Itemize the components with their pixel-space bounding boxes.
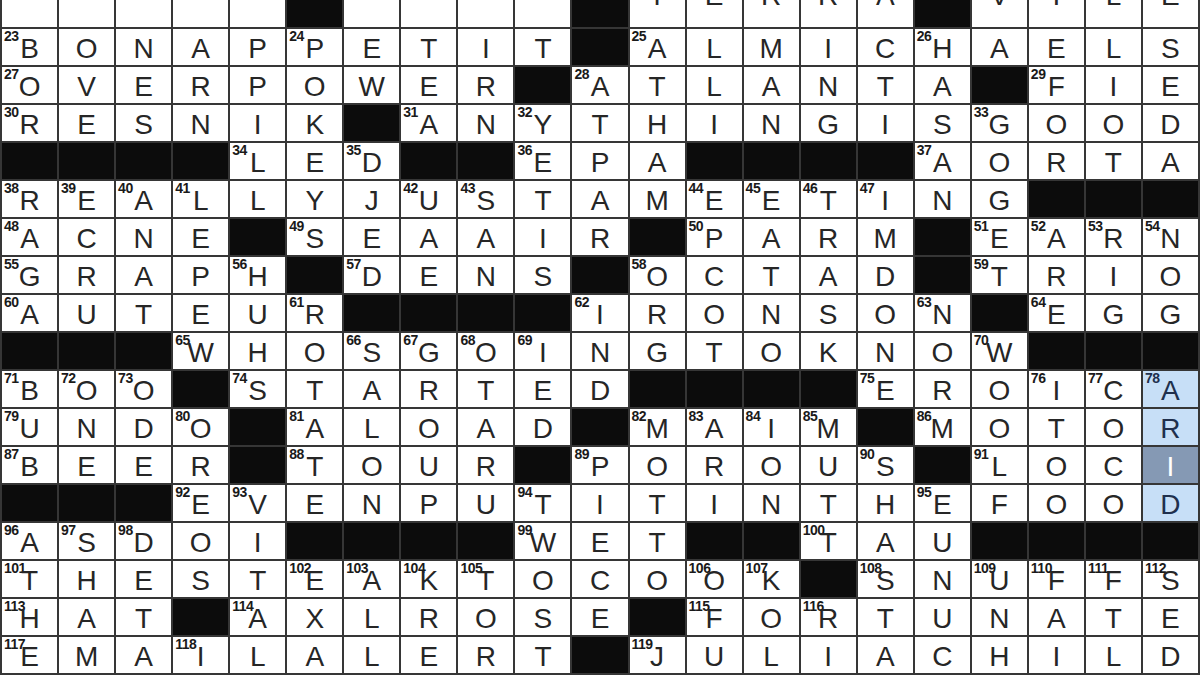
cell-r16-c16[interactable]: U	[915, 599, 970, 635]
cell-r16-c17[interactable]: N	[972, 599, 1027, 635]
cell-r4-c4[interactable]: 34L	[230, 143, 285, 179]
cell-r15-c3[interactable]: S	[173, 561, 228, 597]
cell-r0-c11[interactable]: T	[630, 0, 685, 27]
cell-r1-c13[interactable]: M	[744, 29, 799, 65]
cell-r8-c16[interactable]: 63N	[915, 295, 970, 331]
cell-r12-c2[interactable]: E	[116, 447, 171, 483]
cell-r0-c2[interactable]	[116, 0, 171, 27]
cell-r6-c6[interactable]: E	[344, 219, 399, 255]
cell-r11-c16[interactable]: 86M	[915, 409, 970, 445]
cell-r5-c10[interactable]: A	[572, 181, 627, 217]
cell-r14-c11[interactable]: T	[630, 523, 685, 559]
cell-r2-c1[interactable]: V	[59, 67, 114, 103]
cell-r7-c11[interactable]: 58O	[630, 257, 685, 293]
cell-r3-c16[interactable]: S	[915, 105, 970, 141]
cell-r1-c5[interactable]: 24P	[287, 29, 342, 65]
cell-r17-c15[interactable]: A	[858, 637, 913, 673]
cell-r17-c9[interactable]: T	[515, 637, 570, 673]
cell-r2-c15[interactable]: T	[858, 67, 913, 103]
cell-r4-c10[interactable]: P	[572, 143, 627, 179]
cell-r9-c14[interactable]: K	[801, 333, 856, 369]
cell-r10-c5[interactable]: T	[287, 371, 342, 407]
cell-r15-c6[interactable]: 103A	[344, 561, 399, 597]
cell-r8-c14[interactable]: S	[801, 295, 856, 331]
cell-r17-c16[interactable]: C	[915, 637, 970, 673]
cell-r14-c16[interactable]: U	[915, 523, 970, 559]
cell-r11-c12[interactable]: 83A	[687, 409, 742, 445]
cell-r4-c11[interactable]: A	[630, 143, 685, 179]
cell-r12-c18[interactable]: O	[1029, 447, 1084, 483]
cell-r15-c2[interactable]: E	[116, 561, 171, 597]
cell-r3-c5[interactable]: K	[287, 105, 342, 141]
cell-r7-c3[interactable]: P	[173, 257, 228, 293]
cell-r6-c7[interactable]: A	[401, 219, 456, 255]
cell-r11-c20[interactable]: R	[1143, 409, 1198, 445]
cell-r13-c4[interactable]: 93V	[230, 485, 285, 521]
cell-r10-c8[interactable]: T	[458, 371, 513, 407]
cell-r13-c9[interactable]: 94T	[515, 485, 570, 521]
cell-r1-c7[interactable]: T	[401, 29, 456, 65]
cell-r7-c9[interactable]: S	[515, 257, 570, 293]
cell-r5-c0[interactable]: 38R	[2, 181, 57, 217]
cell-r3-c8[interactable]: N	[458, 105, 513, 141]
cell-r4-c9[interactable]: 36E	[515, 143, 570, 179]
cell-r17-c13[interactable]: L	[744, 637, 799, 673]
cell-r9-c16[interactable]: O	[915, 333, 970, 369]
cell-r11-c5[interactable]: 81A	[287, 409, 342, 445]
cell-r9-c12[interactable]: T	[687, 333, 742, 369]
cell-r13-c17[interactable]: F	[972, 485, 1027, 521]
cell-r5-c6[interactable]: J	[344, 181, 399, 217]
cell-r11-c3[interactable]: 80O	[173, 409, 228, 445]
cell-r1-c1[interactable]: O	[59, 29, 114, 65]
cell-r12-c1[interactable]: E	[59, 447, 114, 483]
cell-r5-c1[interactable]: 39E	[59, 181, 114, 217]
cell-r6-c20[interactable]: 54N	[1143, 219, 1198, 255]
cell-r12-c12[interactable]: R	[687, 447, 742, 483]
cell-r3-c9[interactable]: 32Y	[515, 105, 570, 141]
cell-r11-c7[interactable]: O	[401, 409, 456, 445]
cell-r15-c20[interactable]: 112S	[1143, 561, 1198, 597]
cell-r17-c3[interactable]: 118I	[173, 637, 228, 673]
cell-r3-c2[interactable]: S	[116, 105, 171, 141]
cell-r3-c4[interactable]: I	[230, 105, 285, 141]
cell-r15-c17[interactable]: 109U	[972, 561, 1027, 597]
cell-r5-c8[interactable]: 43S	[458, 181, 513, 217]
cell-r10-c19[interactable]: 77C	[1086, 371, 1141, 407]
cell-r12-c11[interactable]: O	[630, 447, 685, 483]
cell-r2-c19[interactable]: I	[1086, 67, 1141, 103]
cell-r2-c3[interactable]: R	[173, 67, 228, 103]
cell-r1-c9[interactable]: T	[515, 29, 570, 65]
cell-r13-c5[interactable]: E	[287, 485, 342, 521]
cell-r10-c20[interactable]: 78A	[1143, 371, 1198, 407]
cell-r17-c0[interactable]: 117E	[2, 637, 57, 673]
cell-r6-c8[interactable]: A	[458, 219, 513, 255]
cell-r13-c6[interactable]: N	[344, 485, 399, 521]
cell-r3-c13[interactable]: N	[744, 105, 799, 141]
cell-r5-c5[interactable]: Y	[287, 181, 342, 217]
cell-r11-c0[interactable]: 79U	[2, 409, 57, 445]
cell-r1-c12[interactable]: L	[687, 29, 742, 65]
cell-r6-c15[interactable]: M	[858, 219, 913, 255]
cell-r10-c6[interactable]: A	[344, 371, 399, 407]
cell-r17-c1[interactable]: M	[59, 637, 114, 673]
cell-r17-c8[interactable]: R	[458, 637, 513, 673]
cell-r12-c19[interactable]: C	[1086, 447, 1141, 483]
cell-r7-c4[interactable]: 56H	[230, 257, 285, 293]
cell-r6-c9[interactable]: I	[515, 219, 570, 255]
cell-r7-c12[interactable]: C	[687, 257, 742, 293]
cell-r6-c13[interactable]: A	[744, 219, 799, 255]
cell-r5-c17[interactable]: G	[972, 181, 1027, 217]
cell-r16-c4[interactable]: 114A	[230, 599, 285, 635]
cell-r3-c15[interactable]: I	[858, 105, 913, 141]
cell-r11-c11[interactable]: 82M	[630, 409, 685, 445]
cell-r15-c4[interactable]: T	[230, 561, 285, 597]
cell-r12-c15[interactable]: 90S	[858, 447, 913, 483]
cell-r7-c13[interactable]: T	[744, 257, 799, 293]
cell-r12-c3[interactable]: R	[173, 447, 228, 483]
cell-r1-c3[interactable]: A	[173, 29, 228, 65]
cell-r0-c12[interactable]: E	[687, 0, 742, 27]
cell-r6-c10[interactable]: R	[572, 219, 627, 255]
cell-r12-c5[interactable]: 88T	[287, 447, 342, 483]
cell-r13-c13[interactable]: N	[744, 485, 799, 521]
cell-r2-c11[interactable]: T	[630, 67, 685, 103]
cell-r11-c17[interactable]: O	[972, 409, 1027, 445]
cell-r8-c3[interactable]: E	[173, 295, 228, 331]
cell-r2-c13[interactable]: A	[744, 67, 799, 103]
cell-r6-c19[interactable]: 53R	[1086, 219, 1141, 255]
cell-r13-c19[interactable]: O	[1086, 485, 1141, 521]
cell-r16-c12[interactable]: 115F	[687, 599, 742, 635]
cell-r10-c10[interactable]: D	[572, 371, 627, 407]
cell-r6-c0[interactable]: 48A	[2, 219, 57, 255]
cell-r17-c5[interactable]: A	[287, 637, 342, 673]
cell-r17-c7[interactable]: E	[401, 637, 456, 673]
cell-r9-c9[interactable]: 69I	[515, 333, 570, 369]
cell-r1-c0[interactable]: 23B	[2, 29, 57, 65]
cell-r4-c16[interactable]: 37A	[915, 143, 970, 179]
cell-r17-c11[interactable]: 119J	[630, 637, 685, 673]
cell-r2-c12[interactable]: L	[687, 67, 742, 103]
cell-r3-c18[interactable]: O	[1029, 105, 1084, 141]
cell-r5-c12[interactable]: 44E	[687, 181, 742, 217]
cell-r5-c13[interactable]: 45E	[744, 181, 799, 217]
cell-r1-c15[interactable]: C	[858, 29, 913, 65]
cell-r1-c4[interactable]: P	[230, 29, 285, 65]
cell-r17-c20[interactable]: D	[1143, 637, 1198, 673]
cell-r3-c11[interactable]: H	[630, 105, 685, 141]
cell-r9-c7[interactable]: 67G	[401, 333, 456, 369]
cell-r3-c10[interactable]: T	[572, 105, 627, 141]
cell-r14-c9[interactable]: 99W	[515, 523, 570, 559]
cell-r17-c19[interactable]: L	[1086, 637, 1141, 673]
cell-r12-c7[interactable]: U	[401, 447, 456, 483]
cell-r8-c4[interactable]: U	[230, 295, 285, 331]
cell-r16-c19[interactable]: T	[1086, 599, 1141, 635]
cell-r5-c15[interactable]: 47I	[858, 181, 913, 217]
cell-r13-c11[interactable]: T	[630, 485, 685, 521]
cell-r15-c13[interactable]: 107K	[744, 561, 799, 597]
cell-r9-c10[interactable]: N	[572, 333, 627, 369]
cell-r13-c3[interactable]: 92E	[173, 485, 228, 521]
cell-r8-c10[interactable]: 62I	[572, 295, 627, 331]
cell-r5-c7[interactable]: 42U	[401, 181, 456, 217]
cell-r10-c17[interactable]: O	[972, 371, 1027, 407]
cell-r9-c8[interactable]: 68O	[458, 333, 513, 369]
cell-r15-c12[interactable]: 106O	[687, 561, 742, 597]
cell-r9-c6[interactable]: 66S	[344, 333, 399, 369]
cell-r1-c2[interactable]: N	[116, 29, 171, 65]
cell-r4-c17[interactable]: O	[972, 143, 1027, 179]
cell-r4-c6[interactable]: 35D	[344, 143, 399, 179]
cell-r10-c0[interactable]: 71B	[2, 371, 57, 407]
cell-r16-c14[interactable]: 116R	[801, 599, 856, 635]
cell-r15-c1[interactable]: H	[59, 561, 114, 597]
cell-r0-c4[interactable]	[230, 0, 285, 27]
cell-r8-c11[interactable]: R	[630, 295, 685, 331]
cell-r6-c5[interactable]: 49S	[287, 219, 342, 255]
cell-r7-c15[interactable]: D	[858, 257, 913, 293]
cell-r9-c13[interactable]: O	[744, 333, 799, 369]
cell-r3-c0[interactable]: 30R	[2, 105, 57, 141]
cell-r7-c14[interactable]: A	[801, 257, 856, 293]
cell-r5-c16[interactable]: N	[915, 181, 970, 217]
cell-r6-c17[interactable]: 51E	[972, 219, 1027, 255]
cell-r10-c16[interactable]: R	[915, 371, 970, 407]
cell-r7-c1[interactable]: R	[59, 257, 114, 293]
cell-r11-c9[interactable]: D	[515, 409, 570, 445]
cell-r16-c9[interactable]: S	[515, 599, 570, 635]
cell-r2-c4[interactable]: P	[230, 67, 285, 103]
cell-r11-c6[interactable]: L	[344, 409, 399, 445]
cell-r14-c1[interactable]: 97S	[59, 523, 114, 559]
cell-r17-c6[interactable]: L	[344, 637, 399, 673]
cell-r7-c7[interactable]: E	[401, 257, 456, 293]
cell-r8-c20[interactable]: G	[1143, 295, 1198, 331]
cell-r1-c11[interactable]: 25A	[630, 29, 685, 65]
cell-r0-c7[interactable]	[401, 0, 456, 27]
cell-r16-c8[interactable]: O	[458, 599, 513, 635]
cell-r7-c17[interactable]: 59T	[972, 257, 1027, 293]
cell-r2-c14[interactable]: N	[801, 67, 856, 103]
cell-r9-c15[interactable]: N	[858, 333, 913, 369]
cell-r1-c8[interactable]: I	[458, 29, 513, 65]
cell-r11-c13[interactable]: 84I	[744, 409, 799, 445]
cell-r14-c14[interactable]: 100T	[801, 523, 856, 559]
cell-r5-c4[interactable]: L	[230, 181, 285, 217]
cell-r10-c4[interactable]: 74S	[230, 371, 285, 407]
cell-r15-c19[interactable]: 111F	[1086, 561, 1141, 597]
cell-r0-c3[interactable]	[173, 0, 228, 27]
cell-r0-c18[interactable]: I	[1029, 0, 1084, 27]
cell-r16-c13[interactable]: O	[744, 599, 799, 635]
cell-r1-c16[interactable]: 26H	[915, 29, 970, 65]
cell-r12-c14[interactable]: U	[801, 447, 856, 483]
cell-r17-c4[interactable]: L	[230, 637, 285, 673]
cell-r16-c6[interactable]: L	[344, 599, 399, 635]
cell-r8-c5[interactable]: 61R	[287, 295, 342, 331]
cell-r7-c19[interactable]: I	[1086, 257, 1141, 293]
cell-r12-c20[interactable]: I	[1143, 447, 1198, 483]
cell-r11-c8[interactable]: A	[458, 409, 513, 445]
cell-r6-c14[interactable]: R	[801, 219, 856, 255]
cell-r2-c2[interactable]: E	[116, 67, 171, 103]
cell-r7-c18[interactable]: R	[1029, 257, 1084, 293]
cell-r2-c6[interactable]: W	[344, 67, 399, 103]
cell-r10-c15[interactable]: 75E	[858, 371, 913, 407]
cell-r9-c11[interactable]: G	[630, 333, 685, 369]
cell-r16-c20[interactable]: E	[1143, 599, 1198, 635]
cell-r10-c1[interactable]: 72O	[59, 371, 114, 407]
cell-r8-c19[interactable]: G	[1086, 295, 1141, 331]
cell-r9-c5[interactable]: O	[287, 333, 342, 369]
cell-r16-c18[interactable]: A	[1029, 599, 1084, 635]
cell-r0-c8[interactable]	[458, 0, 513, 27]
cell-r12-c8[interactable]: R	[458, 447, 513, 483]
cell-r0-c15[interactable]: A	[858, 0, 913, 27]
cell-r13-c16[interactable]: 95E	[915, 485, 970, 521]
cell-r11-c18[interactable]: T	[1029, 409, 1084, 445]
cell-r0-c13[interactable]: R	[744, 0, 799, 27]
cell-r0-c0[interactable]	[2, 0, 57, 27]
cell-r10-c18[interactable]: 76I	[1029, 371, 1084, 407]
cell-r9-c4[interactable]: H	[230, 333, 285, 369]
cell-r13-c12[interactable]: I	[687, 485, 742, 521]
cell-r2-c7[interactable]: E	[401, 67, 456, 103]
cell-r15-c0[interactable]: 101T	[2, 561, 57, 597]
cell-r0-c9[interactable]	[515, 0, 570, 27]
cell-r8-c0[interactable]: 60A	[2, 295, 57, 331]
cell-r12-c10[interactable]: 89P	[572, 447, 627, 483]
cell-r13-c8[interactable]: U	[458, 485, 513, 521]
cell-r6-c2[interactable]: N	[116, 219, 171, 255]
cell-r8-c18[interactable]: 64E	[1029, 295, 1084, 331]
cell-r2-c10[interactable]: 28A	[572, 67, 627, 103]
cell-r2-c0[interactable]: 27O	[2, 67, 57, 103]
cell-r15-c16[interactable]: N	[915, 561, 970, 597]
cell-r13-c10[interactable]: I	[572, 485, 627, 521]
cell-r5-c3[interactable]: 41L	[173, 181, 228, 217]
cell-r7-c20[interactable]: O	[1143, 257, 1198, 293]
cell-r8-c2[interactable]: T	[116, 295, 171, 331]
cell-r5-c11[interactable]: M	[630, 181, 685, 217]
cell-r6-c3[interactable]: E	[173, 219, 228, 255]
cell-r13-c20[interactable]: D	[1143, 485, 1198, 521]
cell-r15-c18[interactable]: 110F	[1029, 561, 1084, 597]
cell-r7-c0[interactable]: 55G	[2, 257, 57, 293]
cell-r15-c10[interactable]: C	[572, 561, 627, 597]
cell-r2-c20[interactable]: E	[1143, 67, 1198, 103]
cell-r0-c17[interactable]: V	[972, 0, 1027, 27]
cell-r16-c15[interactable]: T	[858, 599, 913, 635]
cell-r1-c18[interactable]: E	[1029, 29, 1084, 65]
cell-r3-c19[interactable]: O	[1086, 105, 1141, 141]
cell-r3-c1[interactable]: E	[59, 105, 114, 141]
cell-r17-c17[interactable]: H	[972, 637, 1027, 673]
cell-r4-c5[interactable]: E	[287, 143, 342, 179]
cell-r1-c6[interactable]: E	[344, 29, 399, 65]
cell-r16-c5[interactable]: X	[287, 599, 342, 635]
cell-r6-c18[interactable]: 52A	[1029, 219, 1084, 255]
cell-r13-c14[interactable]: T	[801, 485, 856, 521]
cell-r8-c15[interactable]: O	[858, 295, 913, 331]
cell-r3-c14[interactable]: G	[801, 105, 856, 141]
cell-r15-c15[interactable]: 108S	[858, 561, 913, 597]
cell-r1-c20[interactable]: S	[1143, 29, 1198, 65]
cell-r4-c19[interactable]: T	[1086, 143, 1141, 179]
cell-r11-c1[interactable]: N	[59, 409, 114, 445]
cell-r5-c9[interactable]: T	[515, 181, 570, 217]
cell-r0-c14[interactable]: R	[801, 0, 856, 27]
cell-r5-c14[interactable]: 46T	[801, 181, 856, 217]
cell-r2-c5[interactable]: O	[287, 67, 342, 103]
cell-r0-c20[interactable]: E	[1143, 0, 1198, 27]
cell-r16-c2[interactable]: T	[116, 599, 171, 635]
cell-r17-c12[interactable]: U	[687, 637, 742, 673]
cell-r11-c14[interactable]: 85M	[801, 409, 856, 445]
cell-r6-c12[interactable]: 50P	[687, 219, 742, 255]
cell-r1-c17[interactable]: A	[972, 29, 1027, 65]
cell-r14-c0[interactable]: 96A	[2, 523, 57, 559]
cell-r11-c2[interactable]: D	[116, 409, 171, 445]
cell-r6-c1[interactable]: C	[59, 219, 114, 255]
cell-r7-c2[interactable]: A	[116, 257, 171, 293]
cell-r0-c1[interactable]	[59, 0, 114, 27]
cell-r15-c11[interactable]: O	[630, 561, 685, 597]
cell-r14-c10[interactable]: E	[572, 523, 627, 559]
cell-r12-c17[interactable]: 91L	[972, 447, 1027, 483]
cell-r16-c7[interactable]: R	[401, 599, 456, 635]
cell-r2-c8[interactable]: R	[458, 67, 513, 103]
cell-r10-c2[interactable]: 73O	[116, 371, 171, 407]
cell-r13-c7[interactable]: P	[401, 485, 456, 521]
cell-r3-c17[interactable]: 33G	[972, 105, 1027, 141]
cell-r1-c14[interactable]: I	[801, 29, 856, 65]
cell-r15-c7[interactable]: 104K	[401, 561, 456, 597]
cell-r9-c17[interactable]: 70W	[972, 333, 1027, 369]
cell-r3-c12[interactable]: I	[687, 105, 742, 141]
cell-r7-c6[interactable]: 57D	[344, 257, 399, 293]
cell-r14-c3[interactable]: O	[173, 523, 228, 559]
cell-r3-c7[interactable]: 31A	[401, 105, 456, 141]
cell-r15-c9[interactable]: O	[515, 561, 570, 597]
cell-r16-c0[interactable]: 113H	[2, 599, 57, 635]
cell-r13-c18[interactable]: O	[1029, 485, 1084, 521]
cell-r13-c15[interactable]: H	[858, 485, 913, 521]
cell-r12-c0[interactable]: 87B	[2, 447, 57, 483]
cell-r14-c15[interactable]: A	[858, 523, 913, 559]
cell-r17-c18[interactable]: I	[1029, 637, 1084, 673]
cell-r5-c2[interactable]: 40A	[116, 181, 171, 217]
cell-r3-c3[interactable]: N	[173, 105, 228, 141]
cell-r4-c20[interactable]: A	[1143, 143, 1198, 179]
cell-r11-c19[interactable]: O	[1086, 409, 1141, 445]
cell-r17-c2[interactable]: A	[116, 637, 171, 673]
cell-r2-c16[interactable]: A	[915, 67, 970, 103]
cell-r1-c19[interactable]: L	[1086, 29, 1141, 65]
cell-r9-c3[interactable]: 65W	[173, 333, 228, 369]
cell-r14-c4[interactable]: I	[230, 523, 285, 559]
cell-r17-c14[interactable]: I	[801, 637, 856, 673]
cell-r8-c13[interactable]: N	[744, 295, 799, 331]
cell-r4-c18[interactable]: R	[1029, 143, 1084, 179]
cell-r8-c12[interactable]: O	[687, 295, 742, 331]
cell-r10-c9[interactable]: E	[515, 371, 570, 407]
cell-r16-c10[interactable]: E	[572, 599, 627, 635]
